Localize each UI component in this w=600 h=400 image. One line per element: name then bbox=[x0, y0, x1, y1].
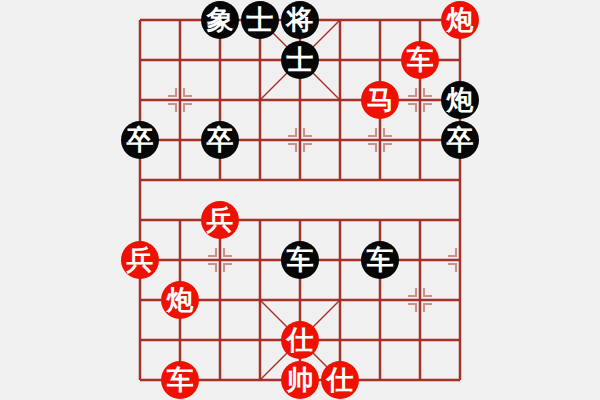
piece-red-chariot[interactable]: 车 bbox=[161, 361, 199, 399]
piece-black-cannon[interactable]: 炮 bbox=[441, 81, 479, 119]
piece-black-general[interactable]: 将 bbox=[281, 1, 319, 39]
piece-red-advisor[interactable]: 仕 bbox=[321, 361, 359, 399]
piece-black-advisor[interactable]: 士 bbox=[241, 1, 279, 39]
xiangqi-board: 象士将炮士车马炮卒卒卒兵兵车车炮仕车帅仕 bbox=[120, 0, 480, 400]
piece-red-chariot[interactable]: 车 bbox=[401, 41, 439, 79]
piece-black-elephant[interactable]: 象 bbox=[201, 1, 239, 39]
piece-red-horse[interactable]: 马 bbox=[361, 81, 399, 119]
piece-red-cannon[interactable]: 炮 bbox=[161, 281, 199, 319]
piece-black-soldier[interactable]: 卒 bbox=[441, 121, 479, 159]
piece-black-advisor[interactable]: 士 bbox=[281, 41, 319, 79]
piece-black-soldier[interactable]: 卒 bbox=[121, 121, 159, 159]
piece-red-soldier[interactable]: 兵 bbox=[201, 201, 239, 239]
piece-red-cannon[interactable]: 炮 bbox=[441, 1, 479, 39]
piece-black-soldier[interactable]: 卒 bbox=[201, 121, 239, 159]
piece-red-soldier[interactable]: 兵 bbox=[121, 241, 159, 279]
piece-red-general[interactable]: 帅 bbox=[281, 361, 319, 399]
piece-black-chariot[interactable]: 车 bbox=[281, 241, 319, 279]
piece-red-advisor[interactable]: 仕 bbox=[281, 321, 319, 359]
piece-black-chariot[interactable]: 车 bbox=[361, 241, 399, 279]
xiangqi-app: 象士将炮士车马炮卒卒卒兵兵车车炮仕车帅仕 bbox=[0, 0, 600, 400]
